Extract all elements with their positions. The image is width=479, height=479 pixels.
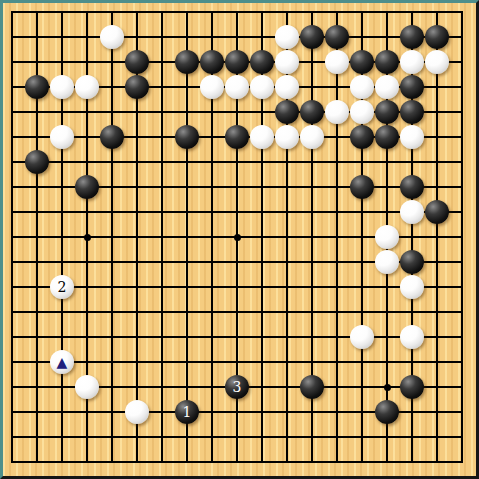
black-stone <box>200 50 224 74</box>
white-stone <box>375 225 399 249</box>
black-stone <box>375 50 399 74</box>
white-stone <box>250 125 274 149</box>
black-stone <box>125 50 149 74</box>
star-point <box>384 384 391 391</box>
move-number-label: 1 <box>183 405 192 419</box>
black-stone <box>25 75 49 99</box>
black-stone <box>375 100 399 124</box>
black-stone <box>225 125 249 149</box>
white-stone <box>200 75 224 99</box>
white-stone <box>400 325 424 349</box>
go-board-window: 2▲31 <box>0 0 479 479</box>
grid-line-horizontal <box>11 461 463 463</box>
black-stone <box>425 200 449 224</box>
black-stone <box>400 175 424 199</box>
star-point <box>84 234 91 241</box>
black-stone <box>350 125 374 149</box>
white-stone <box>75 75 99 99</box>
triangle-marker-icon: ▲ <box>57 355 68 369</box>
white-stone <box>375 250 399 274</box>
black-stone <box>275 100 299 124</box>
grid-line-horizontal <box>11 286 463 288</box>
black-stone <box>225 50 249 74</box>
grid-line-vertical <box>436 11 438 463</box>
black-stone <box>300 100 324 124</box>
grid-line-horizontal <box>11 361 463 363</box>
white-stone <box>350 100 374 124</box>
white-stone <box>275 25 299 49</box>
white-stone <box>350 75 374 99</box>
white-stone: ▲ <box>50 350 74 374</box>
black-stone: 3 <box>225 375 249 399</box>
white-stone <box>325 50 349 74</box>
white-stone <box>375 75 399 99</box>
go-board[interactable]: 2▲31 <box>3 3 476 476</box>
black-stone <box>100 125 124 149</box>
white-stone <box>275 50 299 74</box>
black-stone <box>400 250 424 274</box>
black-stone <box>25 150 49 174</box>
white-stone <box>50 125 74 149</box>
black-stone: 1 <box>175 400 199 424</box>
grid-line-vertical <box>336 11 338 463</box>
black-stone <box>175 125 199 149</box>
black-stone <box>350 50 374 74</box>
white-stone <box>100 25 124 49</box>
black-stone <box>175 50 199 74</box>
black-stone <box>300 25 324 49</box>
star-point <box>234 234 241 241</box>
white-stone: 2 <box>50 275 74 299</box>
black-stone <box>400 375 424 399</box>
black-stone <box>350 175 374 199</box>
white-stone <box>250 75 274 99</box>
white-stone <box>400 125 424 149</box>
move-number-label: 3 <box>233 380 242 394</box>
white-stone <box>425 50 449 74</box>
black-stone <box>400 100 424 124</box>
black-stone <box>400 75 424 99</box>
black-stone <box>75 175 99 199</box>
white-stone <box>400 200 424 224</box>
white-stone <box>325 100 349 124</box>
white-stone <box>50 75 74 99</box>
white-stone <box>275 125 299 149</box>
black-stone <box>250 50 274 74</box>
black-stone <box>125 75 149 99</box>
black-stone <box>325 25 349 49</box>
black-stone <box>425 25 449 49</box>
white-stone <box>300 125 324 149</box>
white-stone <box>75 375 99 399</box>
move-number-label: 2 <box>58 280 67 294</box>
white-stone <box>400 275 424 299</box>
grid-line-horizontal <box>11 311 463 313</box>
black-stone <box>375 125 399 149</box>
black-stone <box>400 25 424 49</box>
white-stone <box>400 50 424 74</box>
grid-line-horizontal <box>11 436 463 438</box>
white-stone <box>350 325 374 349</box>
white-stone <box>125 400 149 424</box>
white-stone <box>225 75 249 99</box>
grid-line-vertical <box>461 11 463 463</box>
black-stone <box>300 375 324 399</box>
white-stone <box>275 75 299 99</box>
grid-line-horizontal <box>11 336 463 338</box>
black-stone <box>375 400 399 424</box>
